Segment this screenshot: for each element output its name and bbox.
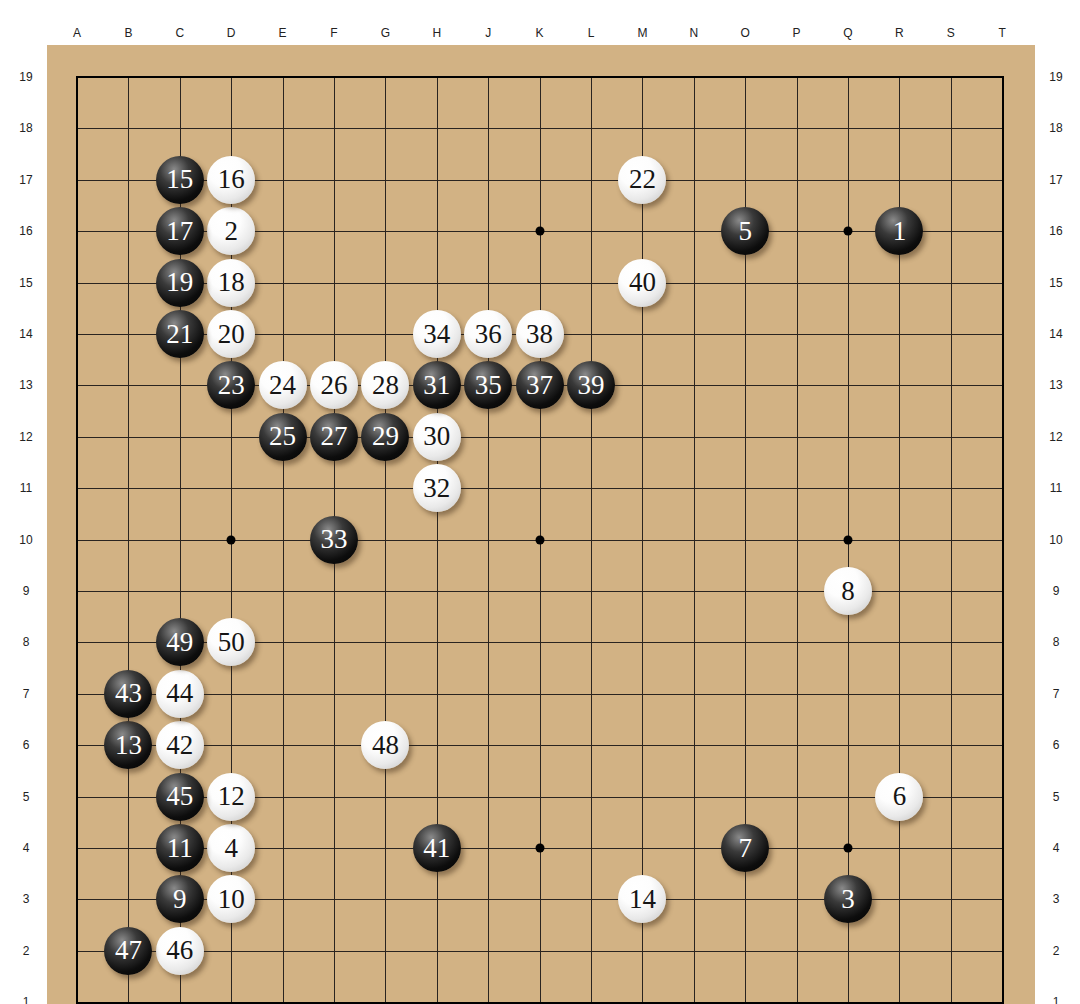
star-point-K16 xyxy=(535,227,544,236)
move-number: 38 xyxy=(526,321,553,348)
stone-black-25-E12: 25 xyxy=(259,413,307,461)
move-number: 42 xyxy=(166,732,193,759)
stone-white-46-C2: 46 xyxy=(156,927,204,975)
column-label-Q: Q xyxy=(843,26,852,40)
stone-black-19-C15: 19 xyxy=(156,259,204,307)
row-label-left-18: 18 xyxy=(19,121,32,135)
stone-black-35-J13: 35 xyxy=(464,361,512,409)
move-number: 2 xyxy=(224,218,238,245)
move-number: 19 xyxy=(166,269,193,296)
row-label-left-2: 2 xyxy=(23,944,30,958)
stone-black-1-R16: 1 xyxy=(875,207,923,255)
row-label-left-7: 7 xyxy=(23,687,30,701)
column-label-H: H xyxy=(432,26,441,40)
row-label-right-19: 19 xyxy=(1049,70,1062,84)
move-number: 41 xyxy=(423,835,450,862)
row-label-right-8: 8 xyxy=(1053,635,1060,649)
row-label-left-13: 13 xyxy=(19,378,32,392)
stone-black-49-C8: 49 xyxy=(156,618,204,666)
row-label-right-6: 6 xyxy=(1053,738,1060,752)
stone-white-6-R5: 6 xyxy=(875,773,923,821)
move-number: 21 xyxy=(166,321,193,348)
stone-white-2-D16: 2 xyxy=(207,207,255,255)
move-number: 14 xyxy=(629,886,656,913)
row-label-left-8: 8 xyxy=(23,635,30,649)
stone-black-27-F12: 27 xyxy=(310,413,358,461)
stone-white-44-C7: 44 xyxy=(156,670,204,718)
row-label-left-10: 10 xyxy=(19,533,32,547)
stone-black-43-B7: 43 xyxy=(104,670,152,718)
column-label-L: L xyxy=(588,26,595,40)
column-label-E: E xyxy=(279,26,287,40)
move-number: 11 xyxy=(167,835,193,862)
move-number: 27 xyxy=(321,423,348,450)
move-number: 12 xyxy=(218,783,245,810)
row-label-left-19: 19 xyxy=(19,70,32,84)
column-label-N: N xyxy=(689,26,698,40)
row-label-right-9: 9 xyxy=(1053,584,1060,598)
move-number: 29 xyxy=(372,423,399,450)
move-number: 39 xyxy=(578,372,605,399)
move-number: 24 xyxy=(269,372,296,399)
move-number: 34 xyxy=(423,321,450,348)
row-label-right-3: 3 xyxy=(1053,892,1060,906)
move-number: 8 xyxy=(841,578,855,605)
column-label-C: C xyxy=(175,26,184,40)
row-label-right-15: 15 xyxy=(1049,276,1062,290)
stone-white-4-D4: 4 xyxy=(207,824,255,872)
row-label-right-11: 11 xyxy=(1050,481,1062,495)
move-number: 3 xyxy=(841,886,855,913)
row-label-right-14: 14 xyxy=(1049,327,1062,341)
move-number: 37 xyxy=(526,372,553,399)
row-label-right-10: 10 xyxy=(1049,533,1062,547)
stone-black-3-Q3: 3 xyxy=(824,875,872,923)
stone-black-33-F10: 33 xyxy=(310,516,358,564)
stone-black-11-C4: 11 xyxy=(156,824,204,872)
move-number: 36 xyxy=(475,321,502,348)
column-label-G: G xyxy=(381,26,390,40)
row-label-right-7: 7 xyxy=(1053,687,1060,701)
move-number: 6 xyxy=(893,783,907,810)
row-label-right-16: 16 xyxy=(1049,224,1062,238)
move-number: 49 xyxy=(166,629,193,656)
row-label-right-1: 1 xyxy=(1053,995,1060,1004)
stone-white-48-G6: 48 xyxy=(361,721,409,769)
stone-white-24-E13: 24 xyxy=(259,361,307,409)
move-number: 5 xyxy=(738,218,752,245)
column-label-R: R xyxy=(895,26,904,40)
move-number: 50 xyxy=(218,629,245,656)
row-label-right-5: 5 xyxy=(1053,790,1060,804)
move-number: 17 xyxy=(166,218,193,245)
column-label-O: O xyxy=(741,26,750,40)
column-label-S: S xyxy=(947,26,955,40)
move-number: 46 xyxy=(166,937,193,964)
stone-black-15-C17: 15 xyxy=(156,156,204,204)
stone-black-23-D13: 23 xyxy=(207,361,255,409)
move-number: 35 xyxy=(475,372,502,399)
stone-black-39-L13: 39 xyxy=(567,361,615,409)
row-label-left-16: 16 xyxy=(19,224,32,238)
row-label-right-13: 13 xyxy=(1049,378,1062,392)
column-label-J: J xyxy=(485,26,491,40)
star-point-K4 xyxy=(535,844,544,853)
move-number: 25 xyxy=(269,423,296,450)
stone-black-29-G12: 29 xyxy=(361,413,409,461)
stone-white-12-D5: 12 xyxy=(207,773,255,821)
move-number: 4 xyxy=(224,835,238,862)
stone-white-16-D17: 16 xyxy=(207,156,255,204)
stone-black-5-O16: 5 xyxy=(721,207,769,255)
column-label-T: T xyxy=(999,26,1006,40)
move-number: 32 xyxy=(423,475,450,502)
stone-white-30-H12: 30 xyxy=(413,413,461,461)
move-number: 1 xyxy=(893,218,907,245)
move-number: 13 xyxy=(115,732,142,759)
row-label-left-14: 14 xyxy=(19,327,32,341)
column-label-A: A xyxy=(73,26,81,40)
move-number: 40 xyxy=(629,269,656,296)
stone-black-9-C3: 9 xyxy=(156,875,204,923)
row-label-left-15: 15 xyxy=(19,276,32,290)
move-number: 43 xyxy=(115,680,142,707)
stone-white-8-Q9: 8 xyxy=(824,567,872,615)
star-point-D10 xyxy=(227,535,236,544)
stone-white-36-J14: 36 xyxy=(464,310,512,358)
move-number: 30 xyxy=(423,423,450,450)
row-label-left-1: 1 xyxy=(23,995,30,1004)
move-number: 16 xyxy=(218,166,245,193)
row-label-right-18: 18 xyxy=(1049,121,1062,135)
move-number: 23 xyxy=(218,372,245,399)
row-label-left-4: 4 xyxy=(23,841,30,855)
move-number: 20 xyxy=(218,321,245,348)
stone-white-10-D3: 10 xyxy=(207,875,255,923)
stone-white-14-M3: 14 xyxy=(618,875,666,923)
move-number: 26 xyxy=(321,372,348,399)
row-label-left-5: 5 xyxy=(23,790,30,804)
row-label-left-3: 3 xyxy=(23,892,30,906)
stone-black-41-H4: 41 xyxy=(413,824,461,872)
star-point-Q4 xyxy=(844,844,853,853)
move-number: 47 xyxy=(115,937,142,964)
star-point-K10 xyxy=(535,535,544,544)
row-label-left-17: 17 xyxy=(19,173,32,187)
stone-white-50-D8: 50 xyxy=(207,618,255,666)
stone-black-37-K13: 37 xyxy=(516,361,564,409)
star-point-Q10 xyxy=(844,535,853,544)
move-number: 9 xyxy=(173,886,187,913)
star-point-Q16 xyxy=(844,227,853,236)
stone-black-47-B2: 47 xyxy=(104,927,152,975)
stone-white-28-G13: 28 xyxy=(361,361,409,409)
row-label-right-2: 2 xyxy=(1053,944,1060,958)
move-number: 44 xyxy=(166,680,193,707)
stone-white-18-D15: 18 xyxy=(207,259,255,307)
column-label-D: D xyxy=(227,26,236,40)
stone-white-34-H14: 34 xyxy=(413,310,461,358)
move-number: 45 xyxy=(166,783,193,810)
column-label-M: M xyxy=(637,26,647,40)
stone-white-38-K14: 38 xyxy=(516,310,564,358)
stone-white-32-H11: 32 xyxy=(413,464,461,512)
row-label-left-12: 12 xyxy=(19,430,32,444)
column-label-K: K xyxy=(536,26,544,40)
move-number: 31 xyxy=(423,372,450,399)
column-label-B: B xyxy=(124,26,132,40)
stone-white-20-D14: 20 xyxy=(207,310,255,358)
stone-black-7-O4: 7 xyxy=(721,824,769,872)
stone-black-17-C16: 17 xyxy=(156,207,204,255)
go-game-diagram: ABCDEFGHJKLMNOPQRST191918181717161615151… xyxy=(0,0,1080,1004)
stone-white-22-M17: 22 xyxy=(618,156,666,204)
row-label-left-6: 6 xyxy=(23,738,30,752)
row-label-left-9: 9 xyxy=(23,584,30,598)
column-label-F: F xyxy=(330,26,337,40)
stone-black-45-C5: 45 xyxy=(156,773,204,821)
stone-black-21-C14: 21 xyxy=(156,310,204,358)
row-label-right-17: 17 xyxy=(1049,173,1062,187)
row-label-left-11: 11 xyxy=(20,481,32,495)
move-number: 33 xyxy=(321,526,348,553)
move-number: 22 xyxy=(629,166,656,193)
row-label-right-12: 12 xyxy=(1049,430,1062,444)
stone-black-31-H13: 31 xyxy=(413,361,461,409)
move-number: 18 xyxy=(218,269,245,296)
move-number: 15 xyxy=(166,166,193,193)
move-number: 7 xyxy=(738,835,752,862)
row-label-right-4: 4 xyxy=(1053,841,1060,855)
stone-white-40-M15: 40 xyxy=(618,259,666,307)
stone-black-13-B6: 13 xyxy=(104,721,152,769)
stone-white-42-C6: 42 xyxy=(156,721,204,769)
move-number: 10 xyxy=(218,886,245,913)
stone-white-26-F13: 26 xyxy=(310,361,358,409)
move-number: 28 xyxy=(372,372,399,399)
column-label-P: P xyxy=(793,26,801,40)
move-number: 48 xyxy=(372,732,399,759)
